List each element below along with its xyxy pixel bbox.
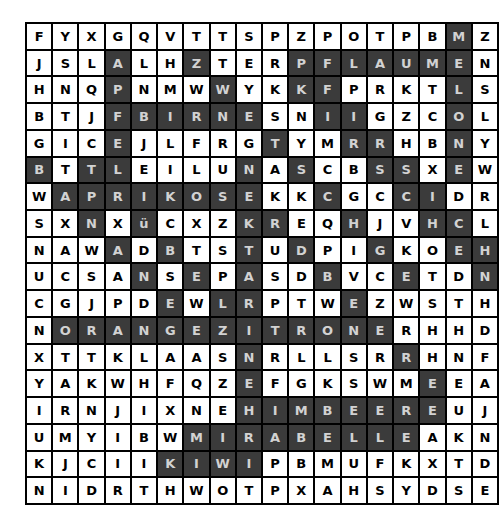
grid-cell[interactable]: E	[473, 478, 497, 503]
grid-cell[interactable]: U	[27, 264, 51, 289]
grid-cell[interactable]: K	[79, 371, 103, 396]
grid-cell[interactable]: B	[132, 425, 156, 450]
grid-cell[interactable]: D	[79, 478, 103, 503]
grid-cell[interactable]: D	[289, 238, 313, 263]
grid-cell[interactable]: K	[263, 77, 287, 102]
grid-cell[interactable]: H	[158, 51, 182, 76]
grid-cell[interactable]: R	[473, 184, 497, 209]
grid-cell[interactable]: O	[447, 104, 471, 129]
grid-cell[interactable]: Q	[184, 371, 208, 396]
grid-cell[interactable]: F	[368, 452, 392, 477]
grid-cell[interactable]: C	[79, 131, 103, 156]
grid-cell[interactable]: X	[420, 158, 444, 183]
grid-cell[interactable]: N	[473, 425, 497, 450]
grid-cell[interactable]: E	[342, 291, 366, 316]
grid-cell[interactable]: N	[211, 104, 235, 129]
grid-cell[interactable]: E	[447, 371, 471, 396]
grid-cell[interactable]: G	[368, 104, 392, 129]
grid-cell[interactable]: G	[106, 24, 130, 49]
grid-cell[interactable]: A	[53, 371, 77, 396]
grid-cell[interactable]: W	[106, 371, 130, 396]
grid-cell[interactable]: J	[79, 291, 103, 316]
grid-cell[interactable]: K	[447, 425, 471, 450]
grid-cell[interactable]: O	[342, 24, 366, 49]
grid-cell[interactable]: A	[263, 158, 287, 183]
grid-cell[interactable]: T	[211, 51, 235, 76]
grid-cell[interactable]: R	[394, 398, 418, 423]
grid-cell[interactable]: C	[394, 184, 418, 209]
grid-cell[interactable]: O	[211, 478, 235, 503]
grid-cell[interactable]: N	[79, 211, 103, 236]
grid-cell[interactable]: G	[368, 238, 392, 263]
grid-cell[interactable]: W	[473, 158, 497, 183]
grid-cell[interactable]: C	[27, 291, 51, 316]
grid-cell[interactable]: N	[27, 238, 51, 263]
grid-cell[interactable]: A	[158, 345, 182, 370]
grid-cell[interactable]: K	[394, 452, 418, 477]
grid-cell[interactable]: E	[420, 371, 444, 396]
grid-cell[interactable]: X	[184, 211, 208, 236]
grid-cell[interactable]: I	[132, 398, 156, 423]
grid-cell[interactable]: G	[53, 291, 77, 316]
grid-cell[interactable]: E	[368, 398, 392, 423]
grid-cell[interactable]: C	[53, 264, 77, 289]
grid-cell[interactable]: K	[263, 184, 287, 209]
grid-cell[interactable]: K	[394, 77, 418, 102]
grid-cell[interactable]: T	[79, 345, 103, 370]
grid-cell[interactable]: F	[315, 51, 339, 76]
grid-cell[interactable]: I	[158, 158, 182, 183]
grid-cell[interactable]: L	[184, 158, 208, 183]
grid-cell[interactable]: R	[263, 211, 287, 236]
grid-cell[interactable]: R	[368, 345, 392, 370]
grid-cell[interactable]: I	[27, 398, 51, 423]
grid-cell[interactable]: B	[420, 131, 444, 156]
grid-cell[interactable]: Z	[184, 51, 208, 76]
grid-cell[interactable]: M	[315, 131, 339, 156]
grid-cell[interactable]: T	[289, 291, 313, 316]
grid-cell[interactable]: T	[237, 238, 261, 263]
grid-cell[interactable]: I	[53, 478, 77, 503]
grid-cell[interactable]: A	[315, 478, 339, 503]
grid-cell[interactable]: E	[394, 264, 418, 289]
grid-cell[interactable]: I	[132, 184, 156, 209]
grid-cell[interactable]: W	[184, 478, 208, 503]
grid-cell[interactable]: H	[342, 211, 366, 236]
grid-cell[interactable]: A	[106, 51, 130, 76]
grid-cell[interactable]: J	[106, 398, 130, 423]
grid-cell[interactable]: J	[473, 398, 497, 423]
grid-cell[interactable]: Z	[211, 211, 235, 236]
grid-cell[interactable]: I	[315, 104, 339, 129]
grid-cell[interactable]: J	[132, 131, 156, 156]
grid-cell[interactable]: I	[211, 425, 235, 450]
grid-cell[interactable]: E	[447, 238, 471, 263]
grid-cell[interactable]: E	[237, 51, 261, 76]
grid-cell[interactable]: H	[420, 211, 444, 236]
grid-cell[interactable]: T	[53, 104, 77, 129]
grid-cell[interactable]: W	[211, 452, 235, 477]
grid-cell[interactable]: F	[184, 131, 208, 156]
grid-cell[interactable]: W	[184, 77, 208, 102]
grid-cell[interactable]: P	[289, 51, 313, 76]
grid-cell[interactable]: N	[447, 345, 471, 370]
grid-cell[interactable]: R	[289, 318, 313, 343]
grid-cell[interactable]: H	[447, 318, 471, 343]
grid-cell[interactable]: E	[184, 264, 208, 289]
grid-cell[interactable]: A	[420, 425, 444, 450]
grid-cell[interactable]: V	[342, 264, 366, 289]
grid-cell[interactable]: F	[106, 104, 130, 129]
grid-cell[interactable]: E	[211, 398, 235, 423]
grid-cell[interactable]: L	[447, 77, 471, 102]
grid-cell[interactable]: H	[394, 131, 418, 156]
grid-cell[interactable]: E	[237, 104, 261, 129]
grid-cell[interactable]: C	[447, 211, 471, 236]
grid-cell[interactable]: Z	[211, 318, 235, 343]
grid-cell[interactable]: P	[263, 291, 287, 316]
grid-cell[interactable]: H	[132, 371, 156, 396]
grid-cell[interactable]: A	[263, 425, 287, 450]
grid-cell[interactable]: B	[315, 264, 339, 289]
grid-cell[interactable]: S	[473, 77, 497, 102]
grid-cell[interactable]: B	[27, 158, 51, 183]
grid-cell[interactable]: T	[447, 452, 471, 477]
grid-cell[interactable]: N	[342, 318, 366, 343]
grid-cell[interactable]: U	[447, 398, 471, 423]
grid-cell[interactable]: Z	[394, 104, 418, 129]
grid-cell[interactable]: I	[53, 131, 77, 156]
grid-cell[interactable]: A	[184, 345, 208, 370]
grid-cell[interactable]: R	[368, 77, 392, 102]
grid-cell[interactable]: S	[342, 345, 366, 370]
grid-cell[interactable]: S	[447, 478, 471, 503]
grid-cell[interactable]: I	[132, 452, 156, 477]
grid-cell[interactable]: L	[342, 425, 366, 450]
grid-cell[interactable]: U	[27, 425, 51, 450]
grid-cell[interactable]: T	[420, 264, 444, 289]
grid-cell[interactable]: E	[289, 211, 313, 236]
grid-cell[interactable]: R	[263, 345, 287, 370]
grid-cell[interactable]: R	[211, 131, 235, 156]
grid-cell[interactable]: E	[158, 291, 182, 316]
grid-cell[interactable]: M	[53, 425, 77, 450]
grid-cell[interactable]: P	[263, 24, 287, 49]
grid-cell[interactable]: M	[394, 371, 418, 396]
grid-cell[interactable]: I	[342, 238, 366, 263]
grid-cell[interactable]: S	[420, 291, 444, 316]
grid-cell[interactable]: F	[158, 371, 182, 396]
grid-cell[interactable]: W	[211, 77, 235, 102]
grid-cell[interactable]: J	[27, 51, 51, 76]
grid-cell[interactable]: N	[132, 77, 156, 102]
grid-cell[interactable]: N	[473, 264, 497, 289]
grid-cell[interactable]: P	[106, 77, 130, 102]
grid-cell[interactable]: L	[106, 158, 130, 183]
grid-cell[interactable]: N	[27, 318, 51, 343]
grid-cell[interactable]: F	[315, 77, 339, 102]
grid-cell[interactable]: T	[53, 345, 77, 370]
grid-cell[interactable]: N	[237, 158, 261, 183]
grid-cell[interactable]: A	[106, 238, 130, 263]
grid-cell[interactable]: N	[79, 398, 103, 423]
grid-cell[interactable]: B	[158, 238, 182, 263]
grid-cell[interactable]: B	[315, 398, 339, 423]
grid-cell[interactable]: W	[27, 184, 51, 209]
grid-cell[interactable]: Y	[79, 425, 103, 450]
grid-cell[interactable]: S	[211, 345, 235, 370]
grid-cell[interactable]: U	[342, 452, 366, 477]
grid-cell[interactable]: X	[53, 211, 77, 236]
grid-cell[interactable]: L	[315, 345, 339, 370]
grid-cell[interactable]: I	[420, 184, 444, 209]
grid-cell[interactable]: X	[158, 398, 182, 423]
grid-cell[interactable]: M	[447, 24, 471, 49]
grid-cell[interactable]: U	[211, 158, 235, 183]
grid-cell[interactable]: S	[79, 264, 103, 289]
grid-cell[interactable]: S	[211, 184, 235, 209]
grid-cell[interactable]: K	[315, 371, 339, 396]
grid-cell[interactable]: P	[394, 24, 418, 49]
grid-cell[interactable]: R	[237, 425, 261, 450]
grid-cell[interactable]: S	[394, 158, 418, 183]
grid-cell[interactable]: J	[53, 452, 77, 477]
grid-cell[interactable]: C	[158, 211, 182, 236]
grid-cell[interactable]: N	[237, 345, 261, 370]
grid-cell[interactable]: B	[342, 158, 366, 183]
grid-cell[interactable]: M	[420, 51, 444, 76]
grid-cell[interactable]: J	[79, 104, 103, 129]
grid-cell[interactable]: T	[447, 291, 471, 316]
grid-cell[interactable]: E	[106, 131, 130, 156]
grid-cell[interactable]: C	[420, 104, 444, 129]
grid-cell[interactable]: R	[263, 51, 287, 76]
grid-cell[interactable]: S	[27, 211, 51, 236]
grid-cell[interactable]: C	[315, 184, 339, 209]
grid-cell[interactable]: K	[106, 345, 130, 370]
grid-cell[interactable]: E	[315, 425, 339, 450]
grid-cell[interactable]: B	[289, 425, 313, 450]
grid-cell[interactable]: G	[289, 371, 313, 396]
grid-cell[interactable]: R	[53, 398, 77, 423]
grid-cell[interactable]: Y	[53, 24, 77, 49]
grid-cell[interactable]: V	[394, 211, 418, 236]
grid-cell[interactable]: H	[158, 478, 182, 503]
grid-cell[interactable]: S	[158, 264, 182, 289]
grid-cell[interactable]: M	[315, 452, 339, 477]
grid-cell[interactable]: L	[473, 104, 497, 129]
grid-cell[interactable]: E	[184, 318, 208, 343]
grid-cell[interactable]: N	[447, 131, 471, 156]
grid-cell[interactable]: D	[132, 291, 156, 316]
grid-cell[interactable]: P	[263, 452, 287, 477]
grid-cell[interactable]: R	[342, 131, 366, 156]
grid-cell[interactable]: K	[158, 184, 182, 209]
grid-cell[interactable]: U	[394, 51, 418, 76]
grid-cell[interactable]: W	[394, 291, 418, 316]
grid-cell[interactable]: M	[158, 77, 182, 102]
grid-cell[interactable]: Y	[473, 131, 497, 156]
grid-cell[interactable]: C	[315, 158, 339, 183]
grid-cell[interactable]: R	[106, 478, 130, 503]
grid-cell[interactable]: Z	[368, 291, 392, 316]
grid-cell[interactable]: L	[211, 291, 235, 316]
grid-cell[interactable]: I	[106, 425, 130, 450]
grid-cell[interactable]: G	[237, 131, 261, 156]
grid-cell[interactable]: N	[289, 104, 313, 129]
grid-cell[interactable]: T	[79, 158, 103, 183]
grid-cell[interactable]: F	[473, 345, 497, 370]
grid-cell[interactable]: A	[106, 264, 130, 289]
grid-cell[interactable]: P	[79, 184, 103, 209]
grid-cell[interactable]: S	[53, 51, 77, 76]
grid-cell[interactable]: E	[447, 51, 471, 76]
grid-cell[interactable]: A	[53, 184, 77, 209]
grid-cell[interactable]: Z	[473, 24, 497, 49]
grid-cell[interactable]: T	[368, 24, 392, 49]
grid-cell[interactable]: Y	[289, 131, 313, 156]
grid-cell[interactable]: I	[342, 104, 366, 129]
grid-cell[interactable]: C	[368, 184, 392, 209]
grid-cell[interactable]: S	[368, 158, 392, 183]
grid-cell[interactable]: M	[184, 425, 208, 450]
grid-cell[interactable]: P	[211, 264, 235, 289]
grid-cell[interactable]: N	[27, 478, 51, 503]
grid-cell[interactable]: Y	[237, 77, 261, 102]
grid-cell[interactable]: E	[342, 398, 366, 423]
grid-cell[interactable]: O	[184, 184, 208, 209]
grid-cell[interactable]: ü	[132, 211, 156, 236]
grid-cell[interactable]: V	[158, 24, 182, 49]
grid-cell[interactable]: T	[420, 77, 444, 102]
grid-cell[interactable]: W	[158, 425, 182, 450]
grid-cell[interactable]: N	[473, 51, 497, 76]
grid-cell[interactable]: X	[79, 24, 103, 49]
grid-cell[interactable]: D	[420, 478, 444, 503]
grid-cell[interactable]: R	[184, 104, 208, 129]
grid-cell[interactable]: N	[132, 318, 156, 343]
grid-cell[interactable]: N	[53, 77, 77, 102]
grid-cell[interactable]: E	[420, 398, 444, 423]
grid-cell[interactable]: I	[184, 452, 208, 477]
grid-cell[interactable]: G	[27, 131, 51, 156]
grid-cell[interactable]: F	[27, 24, 51, 49]
grid-cell[interactable]: B	[27, 104, 51, 129]
grid-cell[interactable]: F	[263, 371, 287, 396]
grid-cell[interactable]: I	[237, 452, 261, 477]
grid-cell[interactable]: K	[289, 77, 313, 102]
grid-cell[interactable]: N	[132, 264, 156, 289]
grid-cell[interactable]: S	[368, 478, 392, 503]
grid-cell[interactable]: E	[132, 158, 156, 183]
grid-cell[interactable]: D	[447, 184, 471, 209]
grid-cell[interactable]: C	[79, 452, 103, 477]
grid-cell[interactable]: H	[420, 318, 444, 343]
grid-cell[interactable]: B	[289, 452, 313, 477]
grid-cell[interactable]: P	[315, 238, 339, 263]
grid-cell[interactable]: T	[53, 158, 77, 183]
grid-cell[interactable]: Y	[27, 371, 51, 396]
grid-cell[interactable]: A	[106, 318, 130, 343]
grid-cell[interactable]: W	[184, 291, 208, 316]
grid-cell[interactable]: E	[447, 158, 471, 183]
grid-cell[interactable]: O	[53, 318, 77, 343]
grid-cell[interactable]: H	[473, 291, 497, 316]
grid-cell[interactable]: X	[420, 452, 444, 477]
grid-cell[interactable]: N	[184, 398, 208, 423]
grid-cell[interactable]: P	[315, 24, 339, 49]
grid-cell[interactable]: T	[263, 318, 287, 343]
grid-cell[interactable]: D	[132, 238, 156, 263]
grid-cell[interactable]: T	[184, 238, 208, 263]
grid-cell[interactable]: R	[106, 184, 130, 209]
grid-cell[interactable]: L	[342, 51, 366, 76]
grid-cell[interactable]: P	[106, 291, 130, 316]
grid-cell[interactable]: I	[106, 452, 130, 477]
grid-cell[interactable]: H	[342, 478, 366, 503]
grid-cell[interactable]: T	[184, 24, 208, 49]
grid-cell[interactable]: B	[420, 24, 444, 49]
grid-cell[interactable]: L	[368, 425, 392, 450]
grid-cell[interactable]: Q	[315, 211, 339, 236]
grid-cell[interactable]: H	[237, 398, 261, 423]
grid-cell[interactable]: D	[473, 452, 497, 477]
grid-cell[interactable]: A	[53, 238, 77, 263]
grid-cell[interactable]: H	[420, 345, 444, 370]
grid-cell[interactable]: H	[27, 77, 51, 102]
grid-cell[interactable]: K	[289, 184, 313, 209]
grid-cell[interactable]: K	[27, 452, 51, 477]
grid-cell[interactable]: L	[79, 51, 103, 76]
grid-cell[interactable]: Z	[211, 371, 235, 396]
grid-cell[interactable]: T	[237, 478, 261, 503]
grid-cell[interactable]: S	[263, 104, 287, 129]
grid-cell[interactable]: I	[263, 398, 287, 423]
grid-cell[interactable]: E	[368, 318, 392, 343]
grid-cell[interactable]: A	[473, 371, 497, 396]
grid-cell[interactable]: O	[315, 318, 339, 343]
grid-cell[interactable]: S	[342, 371, 366, 396]
grid-cell[interactable]: E	[237, 184, 261, 209]
grid-cell[interactable]: M	[289, 398, 313, 423]
grid-cell[interactable]: C	[368, 264, 392, 289]
grid-cell[interactable]: S	[263, 264, 287, 289]
grid-cell[interactable]: P	[342, 77, 366, 102]
grid-cell[interactable]: L	[289, 345, 313, 370]
grid-cell[interactable]: O	[420, 238, 444, 263]
grid-cell[interactable]: K	[394, 238, 418, 263]
grid-cell[interactable]: A	[368, 51, 392, 76]
grid-cell[interactable]: W	[368, 371, 392, 396]
grid-cell[interactable]: T	[263, 131, 287, 156]
grid-cell[interactable]: Q	[132, 24, 156, 49]
grid-cell[interactable]: X	[27, 345, 51, 370]
grid-cell[interactable]: X	[289, 478, 313, 503]
grid-cell[interactable]: S	[237, 24, 261, 49]
grid-cell[interactable]: D	[473, 318, 497, 343]
grid-cell[interactable]: R	[79, 318, 103, 343]
grid-cell[interactable]: D	[447, 264, 471, 289]
grid-cell[interactable]: S	[289, 158, 313, 183]
grid-cell[interactable]: S	[211, 238, 235, 263]
grid-cell[interactable]: P	[263, 478, 287, 503]
grid-cell[interactable]: I	[158, 104, 182, 129]
grid-cell[interactable]: Z	[289, 24, 313, 49]
grid-cell[interactable]: H	[473, 238, 497, 263]
grid-cell[interactable]: G	[158, 318, 182, 343]
grid-cell[interactable]: G	[342, 184, 366, 209]
grid-cell[interactable]: W	[79, 238, 103, 263]
